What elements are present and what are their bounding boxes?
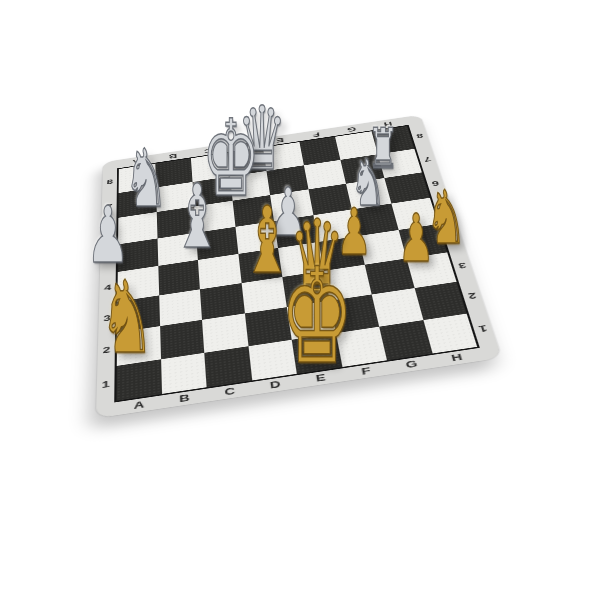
piece-gold-knight-a2[interactable]: ♞	[99, 267, 155, 367]
file-label-bottom-g: G	[401, 358, 422, 372]
rank-label-right-1: 1	[472, 322, 493, 335]
pieces-layer: ♜♛♚♞♞♟♞♝♟♟♟♝♛♞♚	[0, 0, 600, 600]
piece-gold-king-d1[interactable]: ♚	[280, 251, 353, 383]
file-label-bottom-f: F	[356, 364, 376, 378]
rank-label-right-2: 2	[462, 290, 482, 303]
rank-label-left-1: 1	[97, 378, 115, 392]
rank-label-right-8: 8	[411, 131, 428, 140]
piece-silver-bishop-c5[interactable]: ♝	[173, 173, 222, 261]
file-label-bottom-a: A	[130, 398, 148, 412]
rank-label-right-7: 7	[419, 154, 436, 164]
file-label-bottom-b: B	[175, 391, 193, 405]
rank-label-right-3: 3	[452, 259, 472, 271]
chessboard-scene: AA11BB22CC33DD44EE55FF66GG77HH88 ♜♛♚♞♞♟♞…	[0, 0, 600, 600]
square-h1[interactable]	[423, 313, 477, 353]
square-b1[interactable]	[161, 353, 207, 394]
square-c1[interactable]	[204, 346, 251, 387]
piece-silver-knight-b7[interactable]: ♞	[124, 139, 168, 219]
rank-label-left-8: 8	[102, 177, 117, 187]
file-label-bottom-h: H	[446, 351, 467, 365]
piece-gold-pawn-g4[interactable]: ♟	[398, 205, 435, 271]
file-label-bottom-c: C	[220, 385, 239, 399]
